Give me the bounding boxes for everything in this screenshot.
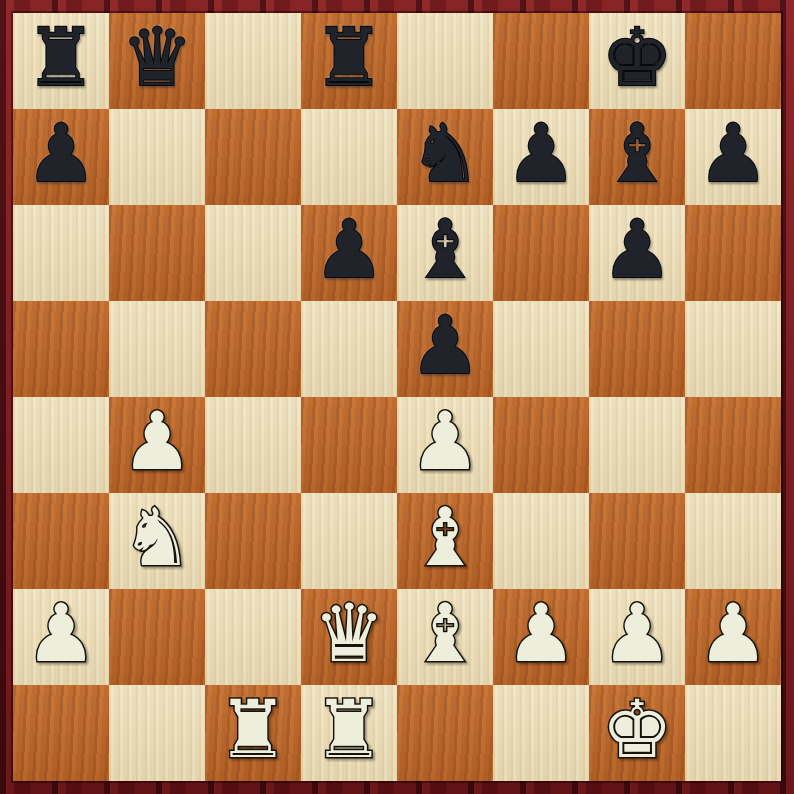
square-g2[interactable]: ♟ bbox=[589, 589, 685, 685]
square-f6[interactable] bbox=[493, 205, 589, 301]
square-b6[interactable] bbox=[109, 205, 205, 301]
white-queen: ♛ bbox=[313, 594, 385, 674]
board-frame: ♜♛♜♚♟♞♟♝♟♟♝♟♟♟♟♞♝♟♛♝♟♟♟♜♜♚ bbox=[0, 0, 794, 794]
white-king: ♚ bbox=[601, 690, 673, 770]
square-a5[interactable] bbox=[13, 301, 109, 397]
black-queen: ♛ bbox=[121, 18, 193, 98]
square-a2[interactable]: ♟ bbox=[13, 589, 109, 685]
black-bishop: ♝ bbox=[409, 210, 481, 290]
square-e2[interactable]: ♝ bbox=[397, 589, 493, 685]
black-pawn: ♟ bbox=[409, 306, 481, 386]
square-c7[interactable] bbox=[205, 109, 301, 205]
square-f2[interactable]: ♟ bbox=[493, 589, 589, 685]
white-knight: ♞ bbox=[121, 498, 193, 578]
square-g3[interactable] bbox=[589, 493, 685, 589]
square-f1[interactable] bbox=[493, 685, 589, 781]
square-h8[interactable] bbox=[685, 13, 781, 109]
white-pawn: ♟ bbox=[697, 594, 769, 674]
square-f7[interactable]: ♟ bbox=[493, 109, 589, 205]
square-a4[interactable] bbox=[13, 397, 109, 493]
square-e8[interactable] bbox=[397, 13, 493, 109]
white-pawn: ♟ bbox=[409, 402, 481, 482]
white-rook: ♜ bbox=[217, 690, 289, 770]
white-pawn: ♟ bbox=[121, 402, 193, 482]
square-a3[interactable] bbox=[13, 493, 109, 589]
square-g8[interactable]: ♚ bbox=[589, 13, 685, 109]
black-rook: ♜ bbox=[313, 18, 385, 98]
square-f8[interactable] bbox=[493, 13, 589, 109]
white-pawn: ♟ bbox=[505, 594, 577, 674]
white-rook: ♜ bbox=[313, 690, 385, 770]
square-e1[interactable] bbox=[397, 685, 493, 781]
square-b1[interactable] bbox=[109, 685, 205, 781]
square-c8[interactable] bbox=[205, 13, 301, 109]
white-pawn: ♟ bbox=[601, 594, 673, 674]
black-pawn: ♟ bbox=[25, 114, 97, 194]
black-pawn: ♟ bbox=[601, 210, 673, 290]
square-h2[interactable]: ♟ bbox=[685, 589, 781, 685]
square-b7[interactable] bbox=[109, 109, 205, 205]
black-bishop: ♝ bbox=[601, 114, 673, 194]
square-d1[interactable]: ♜ bbox=[301, 685, 397, 781]
square-d3[interactable] bbox=[301, 493, 397, 589]
black-king: ♚ bbox=[601, 18, 673, 98]
square-h1[interactable] bbox=[685, 685, 781, 781]
square-e4[interactable]: ♟ bbox=[397, 397, 493, 493]
square-b2[interactable] bbox=[109, 589, 205, 685]
square-d7[interactable] bbox=[301, 109, 397, 205]
square-b3[interactable]: ♞ bbox=[109, 493, 205, 589]
square-g1[interactable]: ♚ bbox=[589, 685, 685, 781]
white-bishop: ♝ bbox=[409, 498, 481, 578]
black-rook: ♜ bbox=[25, 18, 97, 98]
square-g5[interactable] bbox=[589, 301, 685, 397]
square-c1[interactable]: ♜ bbox=[205, 685, 301, 781]
square-h6[interactable] bbox=[685, 205, 781, 301]
white-pawn: ♟ bbox=[25, 594, 97, 674]
square-g6[interactable]: ♟ bbox=[589, 205, 685, 301]
square-c3[interactable] bbox=[205, 493, 301, 589]
square-h3[interactable] bbox=[685, 493, 781, 589]
square-e5[interactable]: ♟ bbox=[397, 301, 493, 397]
square-b5[interactable] bbox=[109, 301, 205, 397]
white-bishop: ♝ bbox=[409, 594, 481, 674]
square-d2[interactable]: ♛ bbox=[301, 589, 397, 685]
black-pawn: ♟ bbox=[505, 114, 577, 194]
square-b4[interactable]: ♟ bbox=[109, 397, 205, 493]
square-f5[interactable] bbox=[493, 301, 589, 397]
square-c4[interactable] bbox=[205, 397, 301, 493]
square-a1[interactable] bbox=[13, 685, 109, 781]
square-e6[interactable]: ♝ bbox=[397, 205, 493, 301]
square-d4[interactable] bbox=[301, 397, 397, 493]
square-a6[interactable] bbox=[13, 205, 109, 301]
black-knight: ♞ bbox=[409, 114, 481, 194]
square-g7[interactable]: ♝ bbox=[589, 109, 685, 205]
square-e7[interactable]: ♞ bbox=[397, 109, 493, 205]
black-pawn: ♟ bbox=[313, 210, 385, 290]
square-b8[interactable]: ♛ bbox=[109, 13, 205, 109]
square-h7[interactable]: ♟ bbox=[685, 109, 781, 205]
square-d5[interactable] bbox=[301, 301, 397, 397]
square-c5[interactable] bbox=[205, 301, 301, 397]
square-h4[interactable] bbox=[685, 397, 781, 493]
square-f4[interactable] bbox=[493, 397, 589, 493]
square-e3[interactable]: ♝ bbox=[397, 493, 493, 589]
square-g4[interactable] bbox=[589, 397, 685, 493]
black-pawn: ♟ bbox=[697, 114, 769, 194]
square-h5[interactable] bbox=[685, 301, 781, 397]
square-a7[interactable]: ♟ bbox=[13, 109, 109, 205]
chess-board: ♜♛♜♚♟♞♟♝♟♟♝♟♟♟♟♞♝♟♛♝♟♟♟♜♜♚ bbox=[13, 13, 781, 781]
square-a8[interactable]: ♜ bbox=[13, 13, 109, 109]
square-f3[interactable] bbox=[493, 493, 589, 589]
square-c2[interactable] bbox=[205, 589, 301, 685]
square-d8[interactable]: ♜ bbox=[301, 13, 397, 109]
square-d6[interactable]: ♟ bbox=[301, 205, 397, 301]
square-c6[interactable] bbox=[205, 205, 301, 301]
